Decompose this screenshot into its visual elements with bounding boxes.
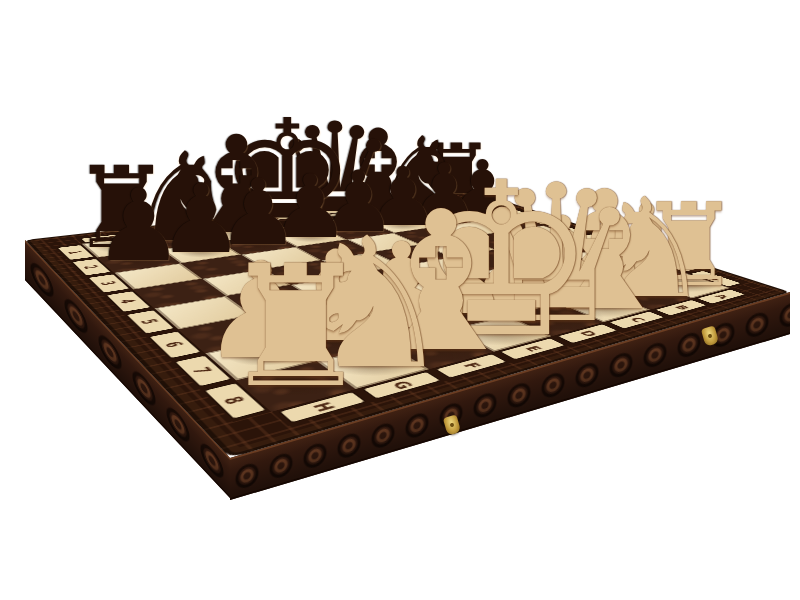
chess-set-photo: 12345678 12345678 HGFEDCBA HGFEDCBA ♜♞♝♛… bbox=[0, 0, 800, 600]
